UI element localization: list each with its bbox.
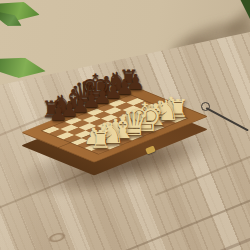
wood-knot (47, 231, 67, 244)
piece-black-pawn[interactable]: ♟ (49, 104, 68, 125)
wood-grain-streak (68, 191, 250, 250)
cable-loop (201, 102, 210, 111)
piece-white-rook[interactable]: ♜ (89, 127, 111, 152)
wood-grain-streak (127, 213, 250, 250)
product-photo-scene: ♜♞♝♛♚♝♞♜♟♟♟♟♟♟♟♟♟♟♟♟♟♟♟♟♜♞♝♛♚♝♞♜ (0, 0, 250, 250)
